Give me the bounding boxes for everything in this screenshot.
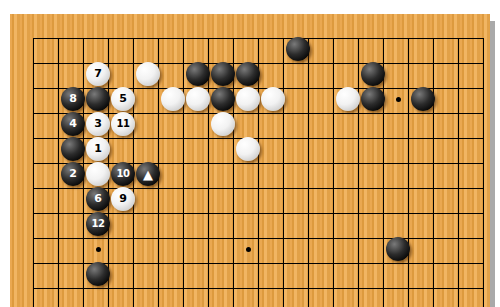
move-number-label: 3	[86, 112, 110, 136]
black-stone[interactable]	[361, 87, 385, 111]
move-number-label: 2	[61, 162, 85, 186]
black-stone[interactable]	[186, 62, 210, 86]
move-number-label: 4	[61, 112, 85, 136]
white-stone[interactable]: 1	[86, 137, 110, 161]
white-stone[interactable]	[86, 162, 110, 186]
white-stone[interactable]: 7	[86, 62, 110, 86]
white-stone[interactable]: 11	[111, 112, 135, 136]
black-stone[interactable]: ▲	[136, 162, 160, 186]
move-number-label: 1	[86, 137, 110, 161]
black-stone[interactable]: 6	[86, 187, 110, 211]
white-stone[interactable]	[211, 112, 235, 136]
black-stone[interactable]	[61, 137, 85, 161]
white-stone[interactable]	[336, 87, 360, 111]
move-number-label: 6	[86, 187, 110, 211]
move-number-label: 8	[61, 87, 85, 111]
white-stone[interactable]	[186, 87, 210, 111]
move-number-label: 10	[111, 162, 135, 186]
black-stone[interactable]	[411, 87, 435, 111]
black-stone[interactable]	[86, 87, 110, 111]
white-stone[interactable]: 3	[86, 112, 110, 136]
black-stone[interactable]: 10	[111, 162, 135, 186]
black-stone[interactable]	[86, 262, 110, 286]
go-diagram-page: 78543111210▲6912	[0, 0, 500, 307]
black-stone[interactable]: 8	[61, 87, 85, 111]
black-stone[interactable]	[386, 237, 410, 261]
move-number-label: 7	[86, 62, 110, 86]
white-stone[interactable]: 5	[111, 87, 135, 111]
stone-layer: 78543111210▲6912	[11, 12, 486, 307]
move-number-label: 11	[111, 112, 135, 136]
board-drop-shadow	[490, 21, 495, 307]
black-stone[interactable]: 4	[61, 112, 85, 136]
move-number-label: 5	[111, 87, 135, 111]
white-stone[interactable]	[236, 137, 260, 161]
black-stone[interactable]	[236, 62, 260, 86]
move-number-label: 12	[86, 212, 110, 236]
white-stone[interactable]: 9	[111, 187, 135, 211]
white-stone[interactable]	[236, 87, 260, 111]
white-stone[interactable]	[161, 87, 185, 111]
white-stone[interactable]	[136, 62, 160, 86]
black-stone[interactable]	[211, 87, 235, 111]
black-stone[interactable]	[211, 62, 235, 86]
black-stone[interactable]	[286, 37, 310, 61]
black-stone[interactable]: 2	[61, 162, 85, 186]
black-stone[interactable]: 12	[86, 212, 110, 236]
move-number-label: 9	[111, 187, 135, 211]
black-stone[interactable]	[361, 62, 385, 86]
white-stone[interactable]	[261, 87, 285, 111]
triangle-mark-icon: ▲	[136, 162, 160, 186]
